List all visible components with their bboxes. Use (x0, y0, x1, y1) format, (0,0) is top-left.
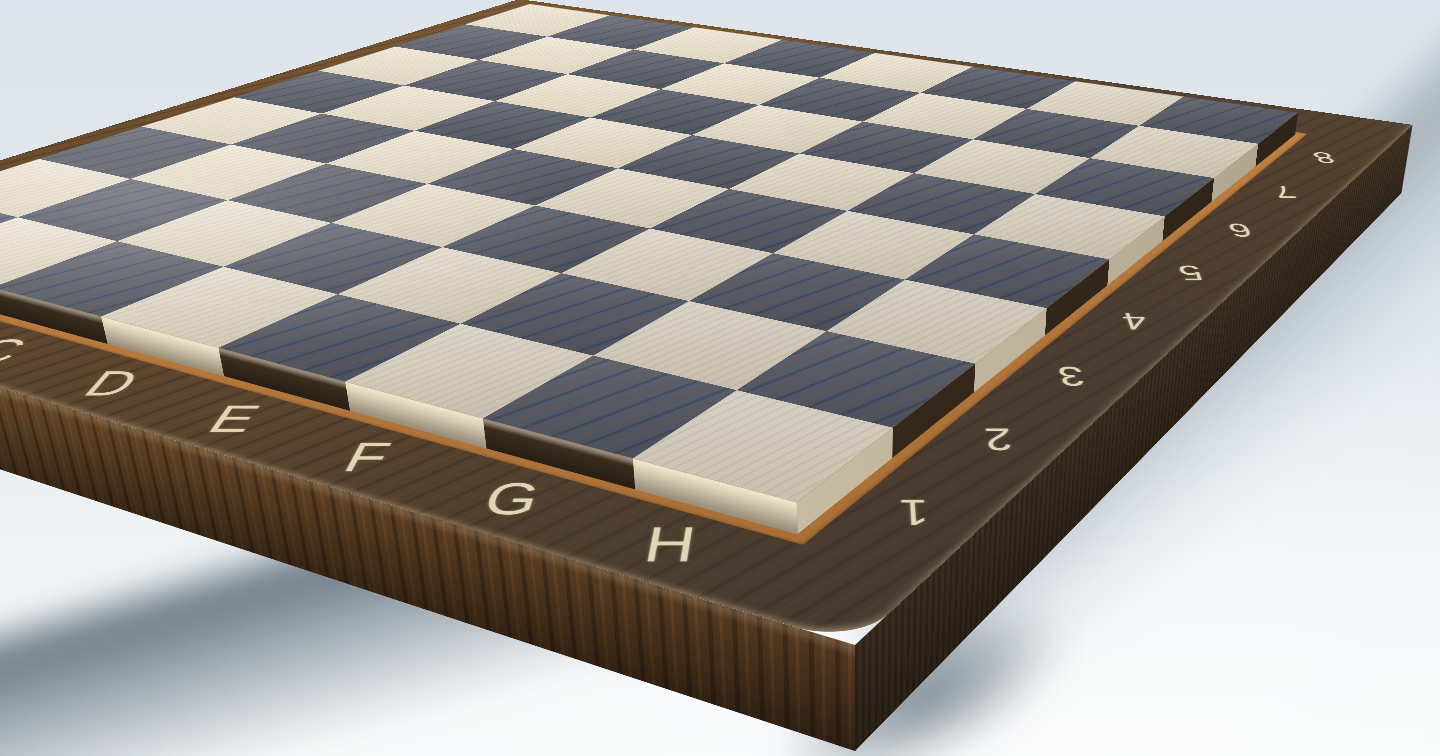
scene-3d: ABCDEFGH 12345678 (0, 0, 1440, 756)
rank-label-8: 8 (1308, 149, 1340, 166)
rank-label-6: 6 (1224, 220, 1257, 242)
rank-label-5: 5 (1174, 261, 1207, 285)
rank-label-1: 1 (899, 492, 931, 534)
rank-label-7: 7 (1269, 182, 1301, 201)
rank-label-4: 4 (1119, 308, 1152, 335)
file-label-h: H (639, 516, 699, 573)
rank-label-3: 3 (1055, 361, 1088, 392)
photo-stage: ABCDEFGH 12345678 (0, 0, 1440, 756)
rank-label-2: 2 (982, 422, 1015, 458)
chess-board: ABCDEFGH 12345678 (0, 0, 1413, 645)
